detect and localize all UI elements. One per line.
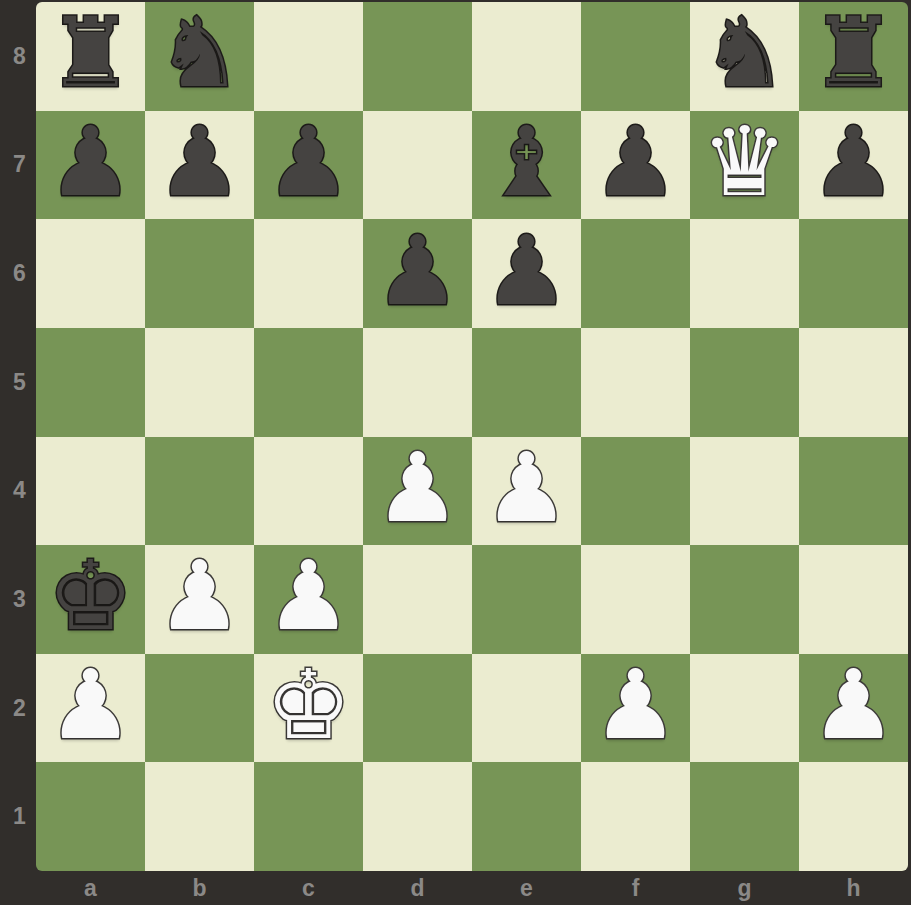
white-pawn[interactable]: ♟ — [374, 440, 460, 536]
rank-label-4: 4 — [0, 437, 36, 546]
square-e2[interactable] — [472, 654, 581, 763]
file-label-b: b — [145, 871, 254, 905]
square-f5[interactable] — [581, 328, 690, 437]
square-e5[interactable] — [472, 328, 581, 437]
square-e6[interactable]: ♟ — [472, 219, 581, 328]
square-e7[interactable]: ♝ — [472, 111, 581, 220]
square-c1[interactable] — [254, 762, 363, 871]
square-g4[interactable] — [690, 437, 799, 546]
square-b3[interactable]: ♟ — [145, 545, 254, 654]
black-king[interactable]: ♚ — [47, 548, 133, 644]
square-b4[interactable] — [145, 437, 254, 546]
square-f8[interactable] — [581, 2, 690, 111]
file-label-d: d — [363, 871, 472, 905]
rank-label-3: 3 — [0, 545, 36, 654]
chess-app: 87654321 ♜♞♞♜♟♟♟♝♟♛♟♟♟♟♟♚♟♟♟♚♟♟ abcdefgh — [0, 0, 911, 905]
square-a6[interactable] — [36, 219, 145, 328]
white-king[interactable]: ♚ — [265, 657, 351, 753]
square-f4[interactable] — [581, 437, 690, 546]
square-b2[interactable] — [145, 654, 254, 763]
square-g8[interactable]: ♞ — [690, 2, 799, 111]
square-f3[interactable] — [581, 545, 690, 654]
black-pawn[interactable]: ♟ — [156, 114, 242, 210]
white-pawn[interactable]: ♟ — [156, 548, 242, 644]
black-pawn[interactable]: ♟ — [483, 223, 569, 319]
square-b1[interactable] — [145, 762, 254, 871]
square-e4[interactable]: ♟ — [472, 437, 581, 546]
black-rook[interactable]: ♜ — [810, 5, 896, 101]
file-label-c: c — [254, 871, 363, 905]
black-pawn[interactable]: ♟ — [47, 114, 133, 210]
square-a1[interactable] — [36, 762, 145, 871]
square-h2[interactable]: ♟ — [799, 654, 908, 763]
square-g2[interactable] — [690, 654, 799, 763]
square-h5[interactable] — [799, 328, 908, 437]
square-c4[interactable] — [254, 437, 363, 546]
white-pawn[interactable]: ♟ — [810, 657, 896, 753]
black-knight[interactable]: ♞ — [156, 5, 242, 101]
square-e3[interactable] — [472, 545, 581, 654]
white-pawn[interactable]: ♟ — [592, 657, 678, 753]
rank-label-6: 6 — [0, 219, 36, 328]
black-pawn[interactable]: ♟ — [374, 223, 460, 319]
file-label-h: h — [799, 871, 908, 905]
file-label-e: e — [472, 871, 581, 905]
square-d6[interactable]: ♟ — [363, 219, 472, 328]
rank-label-1: 1 — [0, 762, 36, 871]
square-h1[interactable] — [799, 762, 908, 871]
square-c7[interactable]: ♟ — [254, 111, 363, 220]
black-rook[interactable]: ♜ — [47, 5, 133, 101]
square-e1[interactable] — [472, 762, 581, 871]
square-a7[interactable]: ♟ — [36, 111, 145, 220]
square-c8[interactable] — [254, 2, 363, 111]
square-b6[interactable] — [145, 219, 254, 328]
rank-label-2: 2 — [0, 654, 36, 763]
rank-label-5: 5 — [0, 328, 36, 437]
square-a5[interactable] — [36, 328, 145, 437]
file-label-a: a — [36, 871, 145, 905]
square-g7[interactable]: ♛ — [690, 111, 799, 220]
file-label-g: g — [690, 871, 799, 905]
square-d7[interactable] — [363, 111, 472, 220]
rank-labels: 87654321 — [0, 2, 36, 871]
square-d4[interactable]: ♟ — [363, 437, 472, 546]
black-pawn[interactable]: ♟ — [265, 114, 351, 210]
square-f2[interactable]: ♟ — [581, 654, 690, 763]
square-d5[interactable] — [363, 328, 472, 437]
rank-label-8: 8 — [0, 2, 36, 111]
square-g6[interactable] — [690, 219, 799, 328]
square-f7[interactable]: ♟ — [581, 111, 690, 220]
square-a8[interactable]: ♜ — [36, 2, 145, 111]
black-knight[interactable]: ♞ — [701, 5, 787, 101]
square-c6[interactable] — [254, 219, 363, 328]
black-bishop[interactable]: ♝ — [483, 114, 569, 210]
square-g5[interactable] — [690, 328, 799, 437]
square-a3[interactable]: ♚ — [36, 545, 145, 654]
square-h8[interactable]: ♜ — [799, 2, 908, 111]
square-f6[interactable] — [581, 219, 690, 328]
square-b7[interactable]: ♟ — [145, 111, 254, 220]
square-d3[interactable] — [363, 545, 472, 654]
square-d1[interactable] — [363, 762, 472, 871]
chess-board[interactable]: ♜♞♞♜♟♟♟♝♟♛♟♟♟♟♟♚♟♟♟♚♟♟ — [36, 2, 908, 871]
white-pawn[interactable]: ♟ — [265, 548, 351, 644]
rank-label-7: 7 — [0, 111, 36, 220]
square-c3[interactable]: ♟ — [254, 545, 363, 654]
black-pawn[interactable]: ♟ — [592, 114, 678, 210]
black-pawn[interactable]: ♟ — [810, 114, 896, 210]
square-b5[interactable] — [145, 328, 254, 437]
white-queen[interactable]: ♛ — [701, 114, 787, 210]
file-label-f: f — [581, 871, 690, 905]
square-h3[interactable] — [799, 545, 908, 654]
square-d2[interactable] — [363, 654, 472, 763]
square-f1[interactable] — [581, 762, 690, 871]
square-c5[interactable] — [254, 328, 363, 437]
square-d8[interactable] — [363, 2, 472, 111]
white-pawn[interactable]: ♟ — [483, 440, 569, 536]
square-a2[interactable]: ♟ — [36, 654, 145, 763]
square-g1[interactable] — [690, 762, 799, 871]
square-h6[interactable] — [799, 219, 908, 328]
file-labels: abcdefgh — [36, 871, 908, 905]
square-e8[interactable] — [472, 2, 581, 111]
square-h4[interactable] — [799, 437, 908, 546]
square-c2[interactable]: ♚ — [254, 654, 363, 763]
square-b8[interactable]: ♞ — [145, 2, 254, 111]
square-h7[interactable]: ♟ — [799, 111, 908, 220]
white-pawn[interactable]: ♟ — [47, 657, 133, 753]
square-g3[interactable] — [690, 545, 799, 654]
square-a4[interactable] — [36, 437, 145, 546]
